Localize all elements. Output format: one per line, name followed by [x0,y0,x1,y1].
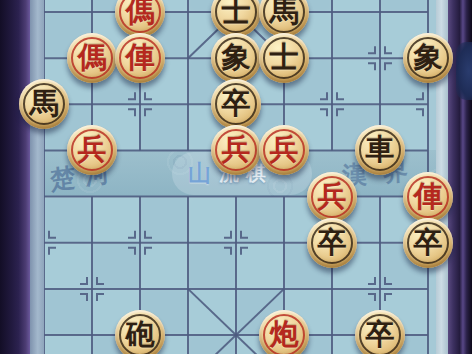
piece-black-horse[interactable]: 馬 [19,79,69,129]
xiangqi-game-screen: 楚河 漢界 山 流棋 傌士馬傌俥象士象馬卒兵兵兵車兵俥卒卒砲炮卒 [0,0,472,354]
piece-glyph: 砲 [126,320,155,349]
piece-black-advisor[interactable]: 士 [211,0,261,37]
piece-black-soldier[interactable]: 卒 [403,218,453,268]
piece-black-cannon[interactable]: 砲 [115,310,165,354]
piece-black-elephant[interactable]: 象 [211,33,261,83]
piece-black-soldier[interactable]: 卒 [355,310,405,354]
piece-glyph: 士 [222,0,251,26]
piece-glyph: 馬 [30,89,59,118]
piece-red-cannon[interactable]: 炮 [259,310,309,354]
piece-glyph: 兵 [318,182,347,211]
piece-red-chariot[interactable]: 俥 [403,172,453,222]
piece-black-chariot[interactable]: 車 [355,125,405,175]
piece-red-soldier[interactable]: 兵 [307,172,357,222]
piece-glyph: 象 [414,43,443,72]
piece-red-horse[interactable]: 傌 [67,33,117,83]
piece-red-soldier[interactable]: 兵 [67,125,117,175]
piece-black-soldier[interactable]: 卒 [307,218,357,268]
piece-glyph: 馬 [270,0,299,26]
piece-glyph: 炮 [270,320,299,349]
piece-glyph: 俥 [414,182,443,211]
piece-glyph: 卒 [366,320,395,349]
piece-glyph: 傌 [126,0,155,26]
piece-red-chariot[interactable]: 俥 [115,33,165,83]
piece-red-soldier[interactable]: 兵 [211,125,261,175]
piece-glyph: 傌 [78,43,107,72]
piece-glyph: 卒 [222,89,251,118]
piece-red-soldier[interactable]: 兵 [259,125,309,175]
piece-glyph: 象 [222,43,251,72]
piece-glyph: 兵 [78,135,107,164]
piece-glyph: 俥 [126,43,155,72]
piece-black-soldier[interactable]: 卒 [211,79,261,129]
piece-glyph: 兵 [270,135,299,164]
piece-black-elephant[interactable]: 象 [403,33,453,83]
pieces-layer: 傌士馬傌俥象士象馬卒兵兵兵車兵俥卒卒砲炮卒 [0,0,472,354]
piece-glyph: 士 [270,43,299,72]
piece-glyph: 卒 [318,228,347,257]
piece-black-horse[interactable]: 馬 [259,0,309,37]
piece-glyph: 卒 [414,228,443,257]
piece-glyph: 兵 [222,135,251,164]
piece-black-advisor[interactable]: 士 [259,33,309,83]
piece-glyph: 車 [366,135,395,164]
piece-red-horse[interactable]: 傌 [115,0,165,37]
